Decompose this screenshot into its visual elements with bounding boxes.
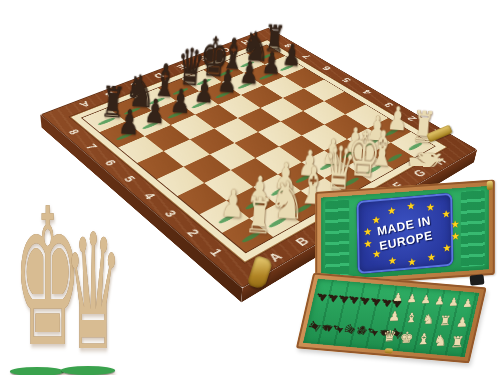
stored-piece: ♟: [455, 316, 468, 329]
piece-black-pawn: ♟: [143, 94, 167, 129]
stored-piece: ♞: [433, 334, 448, 349]
storage-box: ★★★★★★★★★★★★★★ MADE IN EUROPE ♟♟♟♟♟♟♟♟♜♞…: [312, 183, 500, 361]
box-hinge: [470, 274, 485, 285]
box-slot-row: ♟♝♞♜♟: [385, 309, 472, 329]
box-lid-felt: ★★★★★★★★★★★★★★ MADE IN EUROPE: [321, 186, 489, 281]
stored-piece: ♟: [392, 292, 403, 303]
felt-mold-left: [325, 200, 349, 277]
made-in-europe-badge: ★★★★★★★★★★★★★★ MADE IN EUROPE: [356, 193, 453, 274]
box-base: ♟♟♟♟♟♟♟♟♜♞♝♛♚♝♞♜ ♟♟♟♟♟♟♟♝♞♜♟♛♚♝♞♜: [296, 272, 487, 363]
box-slot-row: ♛♚♝♞♜: [380, 329, 467, 351]
piece-white-pawn: ♟: [219, 183, 247, 222]
foreground-queen-piece: ♛: [64, 213, 111, 373]
stored-piece: ♟: [434, 295, 445, 306]
stored-piece: ♚: [399, 331, 414, 346]
light-pieces-in-box: ♟♟♟♟♟♟♟♝♞♜♟♛♚♝♞♜: [379, 287, 477, 354]
stored-piece: ♜: [439, 314, 452, 327]
piece-black-pawn: ♟: [238, 56, 260, 88]
stored-piece: ♞: [422, 313, 435, 326]
stored-piece: ♝: [405, 311, 418, 324]
piece-black-pawn: ♟: [216, 65, 239, 98]
stored-piece: ♟: [406, 293, 417, 304]
piece-black-pawn: ♟: [260, 48, 282, 79]
piece-black-pawn: ♟: [192, 74, 215, 107]
stored-piece: ♟: [448, 296, 459, 307]
stored-piece: ♟: [388, 310, 401, 323]
box-base-felt: ♟♟♟♟♟♟♟♟♜♞♝♛♚♝♞♜ ♟♟♟♟♟♟♟♝♞♜♟♛♚♝♞♜: [303, 279, 479, 357]
box-slot-row: ♟♟♟♟♟♟♟♟: [315, 290, 392, 308]
piece-white-rook: ♜: [244, 191, 270, 242]
foreground-king-piece: ♚: [13, 184, 60, 374]
piece-white-rook: ♜: [410, 106, 432, 150]
brass-pin-icon: [487, 181, 493, 190]
badge-text: MADE IN EUROPE: [353, 187, 458, 279]
box-slot-row: ♟♟♟♟♟♟: [390, 291, 476, 309]
stored-piece: ♟: [462, 298, 473, 309]
stored-piece: ♛: [382, 330, 397, 345]
stored-piece: ♟: [420, 294, 431, 305]
stored-piece: ♝: [416, 333, 431, 348]
product-photo: ABCDEFGH ABCDEFGH 87654321 87654321 ♜♞♝♛…: [0, 0, 500, 375]
piece-black-pawn: ♟: [117, 104, 142, 139]
box-slot-row: ♜♞♝♛♚♝♞♜: [308, 319, 385, 338]
felt-mold-right: [461, 190, 485, 267]
piece-black-pawn: ♟: [168, 84, 192, 118]
box-lid: ★★★★★★★★★★★★★★ MADE IN EUROPE: [315, 179, 495, 287]
brass-catch-icon: [384, 348, 393, 354]
stored-piece: ♜: [449, 336, 464, 351]
piece-black-pawn: ♟: [281, 39, 303, 70]
